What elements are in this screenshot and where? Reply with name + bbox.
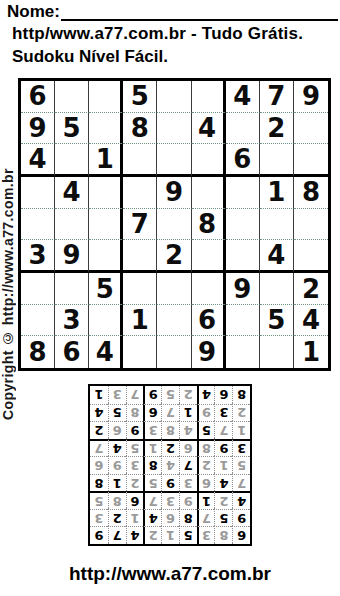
sudoku-cell-r4c3[interactable]: [89, 177, 123, 209]
solution-cell-r4c2: 4: [214, 474, 232, 492]
solution-cell-r8c1: 2: [232, 404, 250, 422]
solution-cell-r1c9: 9: [90, 526, 108, 544]
sudoku-cell-r7c4[interactable]: [123, 273, 157, 305]
solution-cell-r1c5: 1: [161, 526, 179, 544]
solution-cell-r6c4: 6: [179, 439, 197, 457]
solution-cell-r7c9: 2: [90, 421, 108, 439]
solution-cell-r5c7: 3: [126, 456, 144, 474]
sudoku-cell-r2c8[interactable]: 2: [260, 113, 294, 145]
solution-cell-r9c7: 7: [126, 386, 144, 404]
solution-cell-r8c9: 4: [90, 404, 108, 422]
footer-url: http://www.a77.com.br: [0, 563, 340, 585]
sudoku-cell-r2c4[interactable]: 8: [123, 113, 157, 145]
sudoku-cell-r9c9[interactable]: 1: [294, 336, 328, 368]
solution-cell-r8c2: 3: [214, 404, 232, 422]
sudoku-cell-r4c6[interactable]: [192, 177, 226, 209]
sudoku-cell-r7c5[interactable]: [157, 273, 191, 305]
sudoku-cell-r6c8[interactable]: 4: [260, 240, 294, 273]
sudoku-cell-r6c9[interactable]: [294, 240, 328, 273]
solution-cell-r7c1: 1: [232, 421, 250, 439]
sudoku-cell-r8c2[interactable]: 3: [55, 305, 89, 337]
sudoku-cell-r4c9[interactable]: 8: [294, 177, 328, 209]
solution-cell-r6c8: 4: [108, 439, 126, 457]
sudoku-cell-r3c4[interactable]: [123, 144, 157, 177]
solution-cell-r9c3: 4: [197, 386, 215, 404]
sudoku-cell-r9c5[interactable]: [157, 336, 191, 368]
solution-cell-r8c7: 8: [126, 404, 144, 422]
solution-cell-r4c3: 6: [197, 474, 215, 492]
solution-cell-r6c5: 2: [161, 439, 179, 457]
solution-cell-r9c2: 6: [214, 386, 232, 404]
solution-cell-r5c9: 6: [90, 456, 108, 474]
solution-cell-r3c6: 7: [143, 491, 161, 509]
sudoku-cell-r9c1[interactable]: 8: [21, 336, 55, 368]
solution-cell-r5c6: 8: [143, 456, 161, 474]
solution-cell-r6c6: 1: [143, 439, 161, 457]
solution-cell-r4c9: 8: [90, 474, 108, 492]
sudoku-cell-r5c9[interactable]: [294, 209, 328, 241]
solution-cell-r9c5: 5: [161, 386, 179, 404]
solution-cell-r6c9: 7: [90, 439, 108, 457]
sudoku-cell-r5c3[interactable]: [89, 209, 123, 241]
solution-cell-r1c7: 4: [126, 526, 144, 544]
sudoku-cell-r3c6[interactable]: [192, 144, 226, 177]
sudoku-cell-r1c1[interactable]: 6: [21, 81, 55, 113]
sudoku-cell-r4c1[interactable]: [21, 177, 55, 209]
sudoku-cell-r6c4[interactable]: [123, 240, 157, 273]
solution-sudoku-grid: 6835124799578641234219376857463952185127…: [88, 384, 252, 546]
sudoku-cell-r1c7[interactable]: 4: [226, 81, 260, 113]
solution-cell-r9c8: 3: [108, 386, 126, 404]
sudoku-cell-r2c6[interactable]: 4: [192, 113, 226, 145]
sudoku-cell-r7c2[interactable]: [55, 273, 89, 305]
solution-cell-r7c5: 8: [161, 421, 179, 439]
solution-cell-r7c4: 4: [179, 421, 197, 439]
solution-cell-r5c4: 7: [179, 456, 197, 474]
solution-cell-r5c3: 2: [197, 456, 215, 474]
solution-cell-r1c4: 5: [179, 526, 197, 544]
sudoku-cell-r1c2[interactable]: [55, 81, 89, 113]
sudoku-cell-r6c6[interactable]: [192, 240, 226, 273]
solution-cell-r9c6: 9: [143, 386, 161, 404]
copyright-vertical-text: Copyright © http://www.a77.com.br: [0, 128, 17, 460]
sudoku-cell-r2c7[interactable]: [226, 113, 260, 145]
solution-cell-r5c8: 9: [108, 456, 126, 474]
sudoku-cell-r4c8[interactable]: 1: [260, 177, 294, 209]
solution-cell-r6c3: 8: [197, 439, 215, 457]
sudoku-cell-r1c9[interactable]: 9: [294, 81, 328, 113]
sudoku-cell-r6c1[interactable]: 3: [21, 240, 55, 273]
solution-cell-r3c1: 4: [232, 491, 250, 509]
solution-cell-r1c2: 8: [214, 526, 232, 544]
solution-cell-r7c2: 7: [214, 421, 232, 439]
solution-cell-r7c3: 5: [197, 421, 215, 439]
name-fill-line: [61, 19, 338, 21]
sudoku-cell-r3c3[interactable]: 1: [89, 144, 123, 177]
site-title: http/www.a77.com.br - Tudo Grátis.: [12, 24, 303, 44]
name-label: Nome:: [7, 2, 60, 22]
sudoku-worksheet-page: Nome: http/www.a77.com.br - Tudo Grátis.…: [0, 0, 340, 596]
solution-cell-r2c5: 6: [161, 509, 179, 527]
sudoku-cell-r9c8[interactable]: [260, 336, 294, 368]
puzzle-level-title: Sudoku Nível Fácil.: [12, 47, 168, 67]
solution-cell-r7c6: 3: [143, 421, 161, 439]
solution-cell-r3c4: 9: [179, 491, 197, 509]
solution-cell-r7c8: 6: [108, 421, 126, 439]
sudoku-cell-r6c7[interactable]: [226, 240, 260, 273]
solution-cell-r4c5: 9: [161, 474, 179, 492]
sudoku-cell-r4c2[interactable]: 4: [55, 177, 89, 209]
sudoku-cell-r3c8[interactable]: [260, 144, 294, 177]
sudoku-cell-r6c2[interactable]: 9: [55, 240, 89, 273]
sudoku-cell-r9c7[interactable]: [226, 336, 260, 368]
solution-cell-r3c5: 3: [161, 491, 179, 509]
solution-cell-r2c6: 4: [143, 509, 161, 527]
sudoku-cell-r7c3[interactable]: 5: [89, 273, 123, 305]
solution-cell-r2c9: 3: [90, 509, 108, 527]
sudoku-cell-r8c5[interactable]: [157, 305, 191, 337]
sudoku-cell-r5c5[interactable]: [157, 209, 191, 241]
sudoku-cell-r1c6[interactable]: [192, 81, 226, 113]
solution-cell-r8c4: 1: [179, 404, 197, 422]
sudoku-cell-r8c6[interactable]: 6: [192, 305, 226, 337]
sudoku-cell-r1c8[interactable]: 7: [260, 81, 294, 113]
solution-cell-r6c1: 3: [232, 439, 250, 457]
solution-cell-r3c2: 2: [214, 491, 232, 509]
solution-cell-r7c7: 9: [126, 421, 144, 439]
sudoku-cell-r9c2[interactable]: 6: [55, 336, 89, 368]
sudoku-cell-r8c7[interactable]: [226, 305, 260, 337]
sudoku-cell-r5c8[interactable]: [260, 209, 294, 241]
sudoku-cell-r3c5[interactable]: [157, 144, 191, 177]
sudoku-cell-r6c5[interactable]: 2: [157, 240, 191, 273]
sudoku-cell-r2c5[interactable]: [157, 113, 191, 145]
sudoku-cell-r2c1[interactable]: 9: [21, 113, 55, 145]
solution-cell-r5c2: 1: [214, 456, 232, 474]
solution-cell-r4c6: 5: [143, 474, 161, 492]
sudoku-cell-r3c2[interactable]: [55, 144, 89, 177]
sudoku-cell-r3c1[interactable]: 4: [21, 144, 55, 177]
sudoku-cell-r2c9[interactable]: [294, 113, 328, 145]
sudoku-cell-r4c7[interactable]: [226, 177, 260, 209]
solution-cell-r2c4: 8: [179, 509, 197, 527]
sudoku-cell-r4c5[interactable]: 9: [157, 177, 191, 209]
sudoku-cell-r5c4[interactable]: 7: [123, 209, 157, 241]
solution-cell-r2c2: 5: [214, 509, 232, 527]
solution-cell-r4c1: 7: [232, 474, 250, 492]
sudoku-cell-r7c8[interactable]: [260, 273, 294, 305]
sudoku-cell-r7c9[interactable]: 2: [294, 273, 328, 305]
solution-cell-r2c8: 2: [108, 509, 126, 527]
sudoku-cell-r9c6[interactable]: 9: [192, 336, 226, 368]
solution-cell-r4c7: 2: [126, 474, 144, 492]
sudoku-cell-r8c9[interactable]: 4: [294, 305, 328, 337]
solution-cell-r1c3: 3: [197, 526, 215, 544]
solution-cell-r2c7: 1: [126, 509, 144, 527]
solution-cell-r8c6: 6: [143, 404, 161, 422]
solution-cell-r1c8: 7: [108, 526, 126, 544]
sudoku-cell-r7c7[interactable]: 9: [226, 273, 260, 305]
sudoku-cell-r1c5[interactable]: [157, 81, 191, 113]
sudoku-cell-r2c3[interactable]: [89, 113, 123, 145]
sudoku-cell-r5c6[interactable]: 8: [192, 209, 226, 241]
solution-cell-r1c1: 6: [232, 526, 250, 544]
solution-cell-r1c6: 2: [143, 526, 161, 544]
sudoku-cell-r3c7[interactable]: 6: [226, 144, 260, 177]
sudoku-cell-r6c3[interactable]: [89, 240, 123, 273]
solution-cell-r5c5: 4: [161, 456, 179, 474]
sudoku-cell-r9c3[interactable]: 4: [89, 336, 123, 368]
sudoku-cell-r1c4[interactable]: 5: [123, 81, 157, 113]
solution-cell-r9c9: 1: [90, 386, 108, 404]
solution-cell-r4c4: 3: [179, 474, 197, 492]
sudoku-cell-r8c1[interactable]: [21, 305, 55, 337]
solution-cell-r3c8: 8: [108, 491, 126, 509]
solution-cell-r8c8: 5: [108, 404, 126, 422]
sudoku-cell-r5c7[interactable]: [226, 209, 260, 241]
sudoku-cell-r7c6[interactable]: [192, 273, 226, 305]
solution-cell-r9c1: 8: [232, 386, 250, 404]
solution-cell-r6c2: 9: [214, 439, 232, 457]
solution-cell-r8c5: 7: [161, 404, 179, 422]
sudoku-cell-r5c2[interactable]: [55, 209, 89, 241]
solution-cell-r3c3: 1: [197, 491, 215, 509]
sudoku-cell-r5c1[interactable]: [21, 209, 55, 241]
solution-cell-r3c7: 6: [126, 491, 144, 509]
sudoku-cell-r3c9[interactable]: [294, 144, 328, 177]
sudoku-cell-r9c4[interactable]: [123, 336, 157, 368]
solution-cell-r9c4: 2: [179, 386, 197, 404]
solution-cell-r4c8: 1: [108, 474, 126, 492]
solution-cell-r3c9: 5: [90, 491, 108, 509]
solution-cell-r2c1: 9: [232, 509, 250, 527]
solution-cell-r5c1: 5: [232, 456, 250, 474]
sudoku-cell-r8c8[interactable]: 5: [260, 305, 294, 337]
solution-cell-r8c3: 9: [197, 404, 215, 422]
sudoku-cell-r8c3[interactable]: [89, 305, 123, 337]
solution-cell-r2c3: 7: [197, 509, 215, 527]
sudoku-cell-r2c2[interactable]: 5: [55, 113, 89, 145]
main-sudoku-grid: 654799584241649187839245923165486491: [18, 78, 331, 371]
sudoku-cell-r8c4[interactable]: 1: [123, 305, 157, 337]
solution-cell-r6c7: 5: [126, 439, 144, 457]
sudoku-cell-r7c1[interactable]: [21, 273, 55, 305]
sudoku-cell-r1c3[interactable]: [89, 81, 123, 113]
sudoku-cell-r4c4[interactable]: [123, 177, 157, 209]
